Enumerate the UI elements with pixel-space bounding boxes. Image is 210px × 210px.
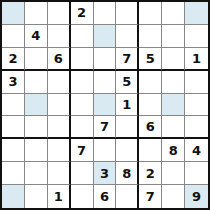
sudoku-cell-r1c5[interactable] [94,2,117,25]
sudoku-cell-r3c8[interactable] [162,48,185,71]
sudoku-cell-r1c9[interactable] [185,2,208,25]
sudoku-cell-r9c6[interactable] [116,185,139,208]
given-digit: 9 [192,190,201,203]
sudoku-cell-r5c5[interactable] [94,94,117,117]
sudoku-cell-r9c8[interactable] [162,185,185,208]
sudoku-cell-r7c5[interactable] [94,139,117,162]
sudoku-cell-r5c6[interactable]: 1 [116,94,139,117]
sudoku-cell-r6c7[interactable]: 6 [139,116,162,139]
sudoku-cell-r5c7[interactable] [139,94,162,117]
sudoku-cell-r1c1[interactable] [2,2,25,25]
sudoku-cell-r3c3[interactable]: 6 [48,48,71,71]
sudoku-cell-r9c4[interactable] [71,185,94,208]
sudoku-cell-r6c5[interactable]: 7 [94,116,117,139]
sudoku-cell-r7c9[interactable]: 4 [185,139,208,162]
sudoku-cell-r8c2[interactable] [25,162,48,185]
sudoku-cell-r2c8[interactable] [162,25,185,48]
sudoku-cell-r6c3[interactable] [48,116,71,139]
given-digit: 6 [54,52,63,65]
sudoku-cell-r8c4[interactable] [71,162,94,185]
sudoku-cell-r8c7[interactable]: 2 [139,162,162,185]
sudoku-cell-r7c1[interactable] [2,139,25,162]
sudoku-cell-r4c7[interactable] [139,71,162,94]
sudoku-cell-r2c3[interactable] [48,25,71,48]
sudoku-cell-r9c9[interactable]: 9 [185,185,208,208]
given-digit: 1 [54,190,63,203]
given-digit: 2 [146,167,155,180]
sudoku-cell-r4c6[interactable]: 5 [116,71,139,94]
sudoku-cell-r7c3[interactable] [48,139,71,162]
sudoku-cell-r5c2[interactable] [25,94,48,117]
sudoku-cell-r5c1[interactable] [2,94,25,117]
sudoku-cell-r5c8[interactable] [162,94,185,117]
given-digit: 6 [146,120,155,133]
sudoku-cell-r8c1[interactable] [2,162,25,185]
sudoku-cell-r9c2[interactable] [25,185,48,208]
sudoku-cell-r6c9[interactable] [185,116,208,139]
sudoku-cell-r2c5[interactable] [94,25,117,48]
sudoku-cell-r5c4[interactable] [71,94,94,117]
given-digit: 1 [192,52,201,65]
sudoku-cell-r6c4[interactable] [71,116,94,139]
sudoku-cell-r3c1[interactable]: 2 [2,48,25,71]
sudoku-cell-r5c9[interactable] [185,94,208,117]
given-digit: 8 [169,144,178,157]
sudoku-cell-r3c9[interactable]: 1 [185,48,208,71]
sudoku-cell-r4c8[interactable] [162,71,185,94]
sudoku-cell-r7c4[interactable]: 7 [71,139,94,162]
sudoku-cell-r2c6[interactable] [116,25,139,48]
sudoku-cell-r5c3[interactable] [48,94,71,117]
sudoku-cell-r2c7[interactable] [139,25,162,48]
sudoku-cell-r8c3[interactable] [48,162,71,185]
sudoku-cell-r9c7[interactable]: 7 [139,185,162,208]
sudoku-cell-r2c4[interactable] [71,25,94,48]
given-digit: 4 [31,29,40,42]
sudoku-cell-r7c6[interactable] [116,139,139,162]
given-digit: 2 [8,52,17,65]
given-digit: 7 [146,190,155,203]
given-digit: 6 [100,190,109,203]
given-digit: 1 [122,98,131,111]
sudoku-cell-r6c6[interactable] [116,116,139,139]
sudoku-cell-r7c7[interactable] [139,139,162,162]
sudoku-cell-r6c1[interactable] [2,116,25,139]
sudoku-cell-r8c9[interactable] [185,162,208,185]
sudoku-cell-r3c4[interactable] [71,48,94,71]
sudoku-cell-r4c5[interactable] [94,71,117,94]
sudoku-cell-r3c6[interactable]: 7 [116,48,139,71]
sudoku-cell-r1c4[interactable]: 2 [71,2,94,25]
given-digit: 8 [122,167,131,180]
given-digit: 7 [100,120,109,133]
given-digit: 5 [146,52,155,65]
sudoku-cell-r1c2[interactable] [25,2,48,25]
sudoku-cell-r3c5[interactable] [94,48,117,71]
sudoku-board: 2426751351767843821679 [0,0,210,210]
sudoku-cell-r9c1[interactable] [2,185,25,208]
sudoku-cell-r1c3[interactable] [48,2,71,25]
sudoku-cell-r8c8[interactable] [162,162,185,185]
sudoku-cell-r2c1[interactable] [2,25,25,48]
sudoku-cell-r1c8[interactable] [162,2,185,25]
sudoku-cell-r4c2[interactable] [25,71,48,94]
sudoku-cell-r9c5[interactable]: 6 [94,185,117,208]
given-digit: 3 [100,167,109,180]
sudoku-cell-r3c2[interactable] [25,48,48,71]
sudoku-cell-r2c9[interactable] [185,25,208,48]
sudoku-cell-r3c7[interactable]: 5 [139,48,162,71]
sudoku-cell-r2c2[interactable]: 4 [25,25,48,48]
given-digit: 3 [8,75,17,88]
sudoku-cell-r4c3[interactable] [48,71,71,94]
given-digit: 7 [77,144,86,157]
sudoku-cell-r9c3[interactable]: 1 [48,185,71,208]
given-digit: 7 [122,52,131,65]
given-digit: 5 [122,75,131,88]
given-digit: 2 [77,6,86,19]
given-digit: 4 [192,144,201,157]
sudoku-cell-r8c5[interactable]: 3 [94,162,117,185]
sudoku-cell-r6c2[interactable] [25,116,48,139]
sudoku-cell-r1c6[interactable] [116,2,139,25]
sudoku-cell-r7c2[interactable] [25,139,48,162]
sudoku-cell-r4c4[interactable] [71,71,94,94]
sudoku-cell-r7c8[interactable]: 8 [162,139,185,162]
sudoku-cell-r6c8[interactable] [162,116,185,139]
sudoku-cell-r4c9[interactable] [185,71,208,94]
sudoku-cell-r1c7[interactable] [139,2,162,25]
sudoku-cell-r4c1[interactable]: 3 [2,71,25,94]
sudoku-cell-r8c6[interactable]: 8 [116,162,139,185]
